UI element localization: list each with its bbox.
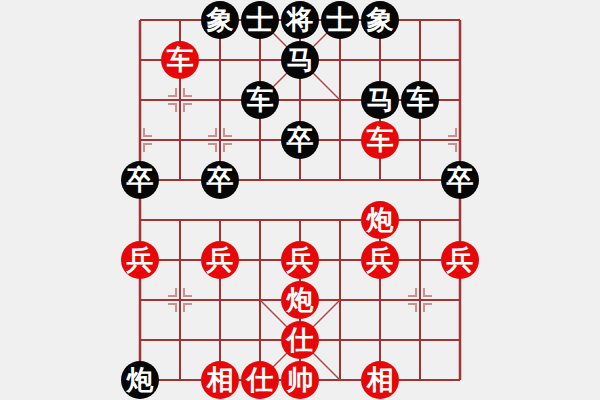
piece-black-general[interactable]: 将 [281, 1, 319, 39]
piece-red-chariot[interactable]: 车 [161, 41, 199, 79]
piece-red-soldier[interactable]: 兵 [441, 241, 479, 279]
piece-black-chariot[interactable]: 车 [241, 81, 279, 119]
piece-black-soldier[interactable]: 卒 [281, 121, 319, 159]
xiangqi-board-screen: 象士将士象车马车马车卒车卒卒卒炮兵兵兵兵兵炮仕炮相仕帅相 [0, 0, 600, 400]
piece-red-elephant[interactable]: 相 [361, 361, 399, 399]
piece-red-elephant[interactable]: 相 [201, 361, 239, 399]
pieces-layer: 象士将士象车马车马车卒车卒卒卒炮兵兵兵兵兵炮仕炮相仕帅相 [120, 0, 480, 400]
piece-black-chariot[interactable]: 车 [401, 81, 439, 119]
piece-red-soldier[interactable]: 兵 [121, 241, 159, 279]
piece-black-advisor[interactable]: 士 [241, 1, 279, 39]
piece-red-general[interactable]: 帅 [281, 361, 319, 399]
piece-black-elephant[interactable]: 象 [361, 1, 399, 39]
piece-red-cannon[interactable]: 炮 [361, 201, 399, 239]
piece-red-advisor[interactable]: 仕 [281, 321, 319, 359]
piece-black-horse[interactable]: 马 [361, 81, 399, 119]
piece-black-soldier[interactable]: 卒 [121, 161, 159, 199]
piece-black-advisor[interactable]: 士 [321, 1, 359, 39]
piece-red-chariot[interactable]: 车 [361, 121, 399, 159]
piece-black-elephant[interactable]: 象 [201, 1, 239, 39]
piece-black-cannon[interactable]: 炮 [121, 361, 159, 399]
piece-red-soldier[interactable]: 兵 [361, 241, 399, 279]
piece-red-soldier[interactable]: 兵 [201, 241, 239, 279]
piece-red-advisor[interactable]: 仕 [241, 361, 279, 399]
piece-red-soldier[interactable]: 兵 [281, 241, 319, 279]
piece-black-soldier[interactable]: 卒 [441, 161, 479, 199]
piece-red-cannon[interactable]: 炮 [281, 281, 319, 319]
piece-black-horse[interactable]: 马 [281, 41, 319, 79]
piece-black-soldier[interactable]: 卒 [201, 161, 239, 199]
